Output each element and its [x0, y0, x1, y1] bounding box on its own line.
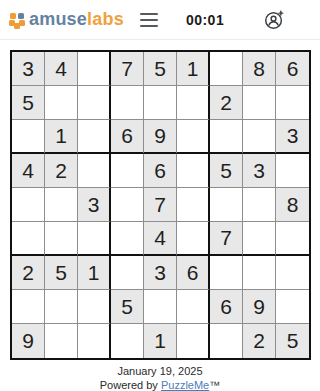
sudoku-cell-r2c1[interactable]: 5	[12, 86, 45, 120]
sudoku-cell-r3c7[interactable]	[210, 120, 243, 154]
puzzle-date: January 19, 2025	[0, 364, 320, 378]
sudoku-cell-r1c1[interactable]: 3	[12, 52, 45, 86]
sudoku-cell-r6c3[interactable]	[78, 222, 111, 256]
sudoku-cell-r8c5[interactable]	[144, 290, 177, 324]
toolbar: amuselabs 00:01	[0, 0, 320, 40]
sudoku-cell-r2c6[interactable]	[177, 86, 210, 120]
sudoku-cell-r1c4[interactable]: 7	[111, 52, 144, 86]
powered-by: Powered by PuzzleMe™	[0, 378, 320, 391]
sudoku-cell-r5c2[interactable]	[45, 188, 78, 222]
sudoku-cell-r4c3[interactable]	[78, 154, 111, 188]
sudoku-cell-r9c3[interactable]	[78, 324, 111, 358]
sudoku-cell-r3c9[interactable]: 3	[276, 120, 309, 154]
sudoku-cell-r4c1[interactable]: 4	[12, 154, 45, 188]
add-user-icon[interactable]	[262, 8, 286, 32]
sudoku-cell-r6c2[interactable]	[45, 222, 78, 256]
sudoku-cell-r9c8[interactable]: 2	[243, 324, 276, 358]
sudoku-cell-r7c1[interactable]: 2	[12, 256, 45, 290]
sudoku-cell-r3c8[interactable]	[243, 120, 276, 154]
sudoku-cell-r3c6[interactable]	[177, 120, 210, 154]
sudoku-cell-r6c5[interactable]: 4	[144, 222, 177, 256]
sudoku-cell-r5c5[interactable]: 7	[144, 188, 177, 222]
sudoku-cell-r7c4[interactable]	[111, 256, 144, 290]
sudoku-cell-r7c5[interactable]: 3	[144, 256, 177, 290]
sudoku-cell-r9c1[interactable]: 9	[12, 324, 45, 358]
sudoku-cell-r2c7[interactable]: 2	[210, 86, 243, 120]
sudoku-cell-r2c4[interactable]	[111, 86, 144, 120]
sudoku-cell-r1c6[interactable]: 1	[177, 52, 210, 86]
sudoku-cell-r3c2[interactable]: 1	[45, 120, 78, 154]
sudoku-cell-r6c7[interactable]: 7	[210, 222, 243, 256]
sudoku-cell-r6c6[interactable]	[177, 222, 210, 256]
amuselabs-logo-text: amuselabs	[29, 9, 124, 30]
sudoku-cell-r8c3[interactable]	[78, 290, 111, 324]
sudoku-cell-r8c7[interactable]: 6	[210, 290, 243, 324]
sudoku-cell-r2c2[interactable]	[45, 86, 78, 120]
sudoku-cell-r8c2[interactable]	[45, 290, 78, 324]
sudoku-cell-r4c4[interactable]	[111, 154, 144, 188]
sudoku-cell-r4c8[interactable]: 3	[243, 154, 276, 188]
sudoku-cell-r9c9[interactable]: 5	[276, 324, 309, 358]
sudoku-cell-r4c6[interactable]	[177, 154, 210, 188]
sudoku-cell-r2c9[interactable]	[276, 86, 309, 120]
sudoku-cell-r6c4[interactable]	[111, 222, 144, 256]
sudoku-cell-r3c5[interactable]: 9	[144, 120, 177, 154]
sudoku-cell-r7c3[interactable]: 1	[78, 256, 111, 290]
sudoku-cell-r1c2[interactable]: 4	[45, 52, 78, 86]
puzzleme-link[interactable]: PuzzleMe	[161, 379, 209, 391]
sudoku-cell-r9c5[interactable]: 1	[144, 324, 177, 358]
amuselabs-logo[interactable]: amuselabs	[9, 9, 124, 30]
sudoku-cell-r5c4[interactable]	[111, 188, 144, 222]
amuselabs-logo-icon	[9, 12, 25, 28]
sudoku-cell-r3c4[interactable]: 6	[111, 120, 144, 154]
sudoku-cell-r1c5[interactable]: 5	[144, 52, 177, 86]
sudoku-cell-r5c1[interactable]	[12, 188, 45, 222]
sudoku-cell-r5c8[interactable]	[243, 188, 276, 222]
sudoku-cell-r2c3[interactable]	[78, 86, 111, 120]
sudoku-cell-r7c8[interactable]	[243, 256, 276, 290]
sudoku-cell-r9c2[interactable]	[45, 324, 78, 358]
sudoku-cell-r8c1[interactable]	[12, 290, 45, 324]
sudoku-cell-r4c2[interactable]: 2	[45, 154, 78, 188]
sudoku-cell-r8c9[interactable]	[276, 290, 309, 324]
sudoku-cell-r7c7[interactable]	[210, 256, 243, 290]
sudoku-cell-r6c1[interactable]	[12, 222, 45, 256]
sudoku-cell-r9c4[interactable]	[111, 324, 144, 358]
sudoku-cell-r1c8[interactable]: 8	[243, 52, 276, 86]
sudoku-cell-r1c7[interactable]	[210, 52, 243, 86]
sudoku-cell-r3c3[interactable]	[78, 120, 111, 154]
sudoku-cell-r4c9[interactable]	[276, 154, 309, 188]
sudoku-cell-r8c8[interactable]: 9	[243, 290, 276, 324]
sudoku-cell-r7c9[interactable]	[276, 256, 309, 290]
sudoku-cell-r6c9[interactable]	[276, 222, 309, 256]
sudoku-cell-r5c7[interactable]	[210, 188, 243, 222]
sudoku-cell-r5c9[interactable]: 8	[276, 188, 309, 222]
timer: 00:01	[186, 12, 224, 28]
sudoku-cell-r9c7[interactable]	[210, 324, 243, 358]
sudoku-cell-r6c8[interactable]	[243, 222, 276, 256]
sudoku-cell-r8c6[interactable]	[177, 290, 210, 324]
hamburger-menu-icon[interactable]	[140, 13, 158, 27]
footer: January 19, 2025 Powered by PuzzleMe™	[0, 364, 320, 391]
sudoku-cell-r1c3[interactable]	[78, 52, 111, 86]
sudoku-cell-r3c1[interactable]	[12, 120, 45, 154]
sudoku-cell-r5c3[interactable]: 3	[78, 188, 111, 222]
sudoku-cell-r1c9[interactable]: 6	[276, 52, 309, 86]
sudoku-cell-r7c2[interactable]: 5	[45, 256, 78, 290]
sudoku-cell-r8c4[interactable]: 5	[111, 290, 144, 324]
sudoku-cell-r4c7[interactable]: 5	[210, 154, 243, 188]
sudoku-cell-r4c5[interactable]: 6	[144, 154, 177, 188]
sudoku-cell-r9c6[interactable]	[177, 324, 210, 358]
sudoku-board: 34751865216934265337847251365699125	[10, 50, 311, 360]
sudoku-cell-r2c8[interactable]	[243, 86, 276, 120]
sudoku-cell-r5c6[interactable]	[177, 188, 210, 222]
sudoku-cell-r2c5[interactable]	[144, 86, 177, 120]
sudoku-cell-r7c6[interactable]: 6	[177, 256, 210, 290]
